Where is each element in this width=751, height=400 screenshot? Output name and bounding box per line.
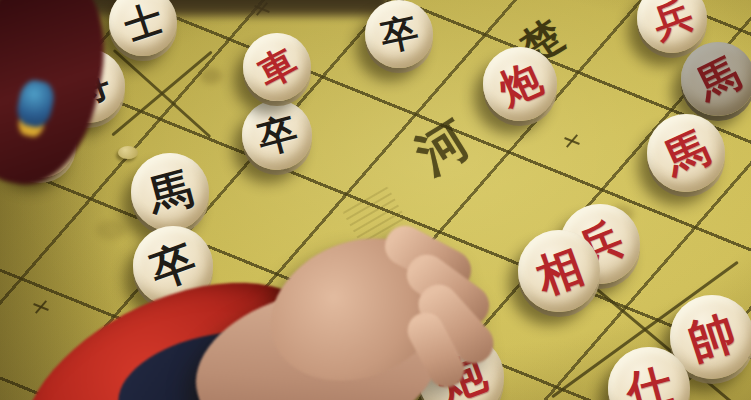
child-hand — [0, 0, 751, 400]
photo-scene: 楚 河 士将士馬卒卒卒車炮兵馬馬兵相帥仕炮兵 — [0, 0, 751, 400]
